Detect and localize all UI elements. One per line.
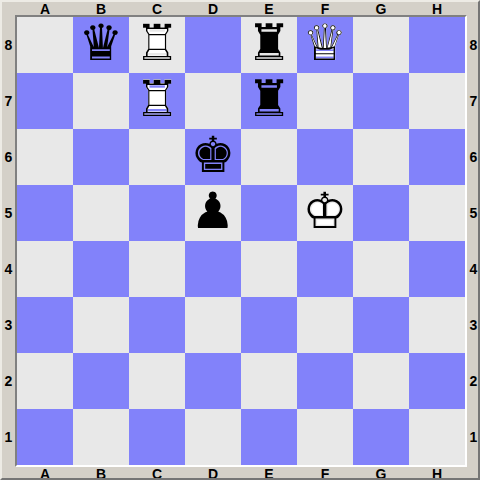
square-b2[interactable]: [73, 353, 129, 409]
square-c4[interactable]: [129, 241, 185, 297]
square-h6[interactable]: [409, 129, 465, 185]
square-f6[interactable]: [297, 129, 353, 185]
rank-label-6: 6: [2, 129, 15, 185]
file-label-b: B: [73, 467, 129, 480]
square-a1[interactable]: [17, 409, 73, 465]
rank-label-1: 1: [467, 409, 480, 465]
file-label-a: A: [17, 467, 73, 480]
square-h7[interactable]: [409, 73, 465, 129]
square-d7[interactable]: [185, 73, 241, 129]
piece-white-queen-fill: ♛: [297, 15, 353, 71]
square-a7[interactable]: [17, 73, 73, 129]
square-b8[interactable]: ♛: [73, 17, 129, 73]
square-d2[interactable]: [185, 353, 241, 409]
rank-label-8: 8: [2, 17, 15, 73]
square-c7[interactable]: ♜♖: [129, 73, 185, 129]
square-e4[interactable]: [241, 241, 297, 297]
square-d1[interactable]: [185, 409, 241, 465]
rank-label-4: 4: [2, 241, 15, 297]
piece-black-rook: ♜: [241, 71, 297, 127]
square-b4[interactable]: [73, 241, 129, 297]
piece-white-queen: ♕: [297, 15, 353, 71]
file-labels-top: ABCDEFGH: [17, 2, 465, 15]
piece-white-king: ♔: [297, 183, 353, 239]
rank-label-3: 3: [467, 297, 480, 353]
square-f7[interactable]: [297, 73, 353, 129]
chessboard-frame: ABCDEFGH 87654321 ♛♜♖♜♛♕♜♖♜♚♟♚♔ 87654321…: [0, 0, 480, 480]
square-c8[interactable]: ♜♖: [129, 17, 185, 73]
square-c6[interactable]: [129, 129, 185, 185]
square-h5[interactable]: [409, 185, 465, 241]
piece-black-king: ♚: [185, 127, 241, 183]
square-h2[interactable]: [409, 353, 465, 409]
square-c2[interactable]: [129, 353, 185, 409]
rank-label-2: 2: [2, 353, 15, 409]
square-g7[interactable]: [353, 73, 409, 129]
square-c5[interactable]: [129, 185, 185, 241]
rank-label-3: 3: [2, 297, 15, 353]
square-e1[interactable]: [241, 409, 297, 465]
file-label-c: C: [129, 2, 185, 15]
square-h4[interactable]: [409, 241, 465, 297]
file-label-e: E: [241, 2, 297, 15]
square-d3[interactable]: [185, 297, 241, 353]
piece-black-rook: ♜: [241, 15, 297, 71]
rank-label-6: 6: [467, 129, 480, 185]
file-label-c: C: [129, 467, 185, 480]
rank-label-4: 4: [467, 241, 480, 297]
piece-white-rook: ♖: [129, 15, 185, 71]
chessboard: ♛♜♖♜♛♕♜♖♜♚♟♚♔: [15, 15, 467, 467]
rank-label-8: 8: [467, 17, 480, 73]
square-c1[interactable]: [129, 409, 185, 465]
square-a3[interactable]: [17, 297, 73, 353]
square-f8[interactable]: ♛♕: [297, 17, 353, 73]
file-label-h: H: [409, 2, 465, 15]
square-g3[interactable]: [353, 297, 409, 353]
piece-white-king-fill: ♚: [297, 183, 353, 239]
rank-label-7: 7: [467, 73, 480, 129]
piece-black-pawn: ♟: [185, 183, 241, 239]
square-e8[interactable]: ♜: [241, 17, 297, 73]
square-g2[interactable]: [353, 353, 409, 409]
square-g5[interactable]: [353, 185, 409, 241]
square-d8[interactable]: [185, 17, 241, 73]
piece-black-queen: ♛: [73, 15, 129, 71]
square-f3[interactable]: [297, 297, 353, 353]
square-b6[interactable]: [73, 129, 129, 185]
file-label-f: F: [297, 2, 353, 15]
rank-label-5: 5: [2, 185, 15, 241]
square-b7[interactable]: [73, 73, 129, 129]
file-label-e: E: [241, 467, 297, 480]
square-a5[interactable]: [17, 185, 73, 241]
square-b1[interactable]: [73, 409, 129, 465]
file-label-f: F: [297, 467, 353, 480]
square-g1[interactable]: [353, 409, 409, 465]
square-d4[interactable]: [185, 241, 241, 297]
file-label-d: D: [185, 2, 241, 15]
rank-label-7: 7: [2, 73, 15, 129]
file-label-h: H: [409, 467, 465, 480]
square-a6[interactable]: [17, 129, 73, 185]
piece-white-rook: ♖: [129, 71, 185, 127]
rank-label-2: 2: [467, 353, 480, 409]
square-g4[interactable]: [353, 241, 409, 297]
file-label-b: B: [73, 2, 129, 15]
square-a2[interactable]: [17, 353, 73, 409]
square-d6[interactable]: ♚: [185, 129, 241, 185]
square-b3[interactable]: [73, 297, 129, 353]
file-label-g: G: [353, 467, 409, 480]
square-d5[interactable]: ♟: [185, 185, 241, 241]
square-f2[interactable]: [297, 353, 353, 409]
piece-white-rook-fill: ♜: [129, 15, 185, 71]
square-f1[interactable]: [297, 409, 353, 465]
square-g6[interactable]: [353, 129, 409, 185]
square-g8[interactable]: [353, 17, 409, 73]
rank-labels-left: 87654321: [2, 17, 15, 465]
square-f5[interactable]: ♚♔: [297, 185, 353, 241]
square-e6[interactable]: [241, 129, 297, 185]
file-label-d: D: [185, 467, 241, 480]
rank-labels-right: 87654321: [467, 17, 480, 465]
square-e7[interactable]: ♜: [241, 73, 297, 129]
square-b5[interactable]: [73, 185, 129, 241]
rank-label-1: 1: [2, 409, 15, 465]
square-e5[interactable]: [241, 185, 297, 241]
square-h8[interactable]: [409, 17, 465, 73]
square-a4[interactable]: [17, 241, 73, 297]
square-e2[interactable]: [241, 353, 297, 409]
piece-white-rook-fill: ♜: [129, 71, 185, 127]
file-label-g: G: [353, 2, 409, 15]
square-a8[interactable]: [17, 17, 73, 73]
square-h1[interactable]: [409, 409, 465, 465]
square-h3[interactable]: [409, 297, 465, 353]
rank-label-5: 5: [467, 185, 480, 241]
file-labels-bottom: ABCDEFGH: [17, 467, 465, 480]
square-f4[interactable]: [297, 241, 353, 297]
square-c3[interactable]: [129, 297, 185, 353]
file-label-a: A: [17, 2, 73, 15]
square-e3[interactable]: [241, 297, 297, 353]
